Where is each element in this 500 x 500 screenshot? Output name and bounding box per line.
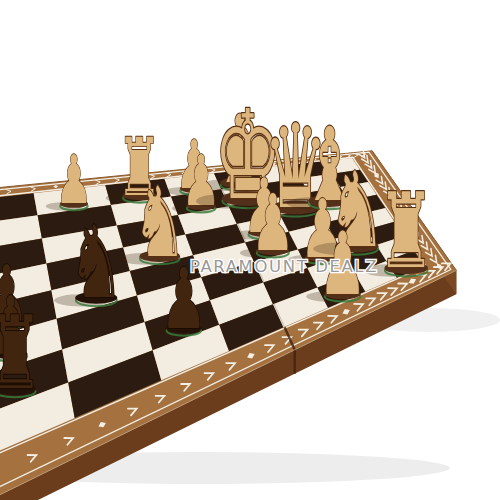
piece-black-rook-a2: ♜ [0,295,43,413]
pawn-glyph: ♟ [251,178,294,268]
product-photo: ♟♜♟♝♟♚♛♝♞♟♟♞♟♟♟♞♜♟♟♜PARAMOUNT DEALZ [0,0,500,500]
knight-glyph: ♞ [69,205,125,322]
rook-glyph: ♜ [377,171,435,291]
chess-set-photo: ♟♜♟♝♟♚♛♝♞♟♟♞♟♟♟♞♜♟♟♜PARAMOUNT DEALZ [0,0,500,500]
watermark-text: PARAMOUNT DEALZ [190,257,378,276]
rook-glyph: ♜ [0,295,43,413]
